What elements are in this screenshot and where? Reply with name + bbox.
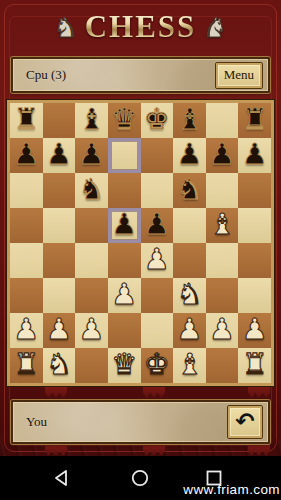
square-c8[interactable]: ♝ — [75, 103, 108, 138]
square-d5[interactable]: ♟ — [108, 208, 141, 243]
white-pawn-piece: ♟ — [46, 315, 72, 344]
square-h3[interactable] — [238, 278, 271, 313]
ribbon-decoration — [45, 386, 67, 398]
white-rook-piece: ♜ — [242, 350, 268, 379]
square-d8[interactable]: ♛ — [108, 103, 141, 138]
chess-board[interactable]: ♜♝♛♚♝♜♟♟♟♟♟♟♞♞♟♟♝♟♟♞♟♟♟♟♟♟♜♞♛♚♝♜ — [10, 103, 271, 383]
square-c5[interactable] — [75, 208, 108, 243]
square-e1[interactable]: ♚ — [141, 348, 174, 383]
android-nav-bar: www.friam.com — [0, 456, 281, 500]
white-pawn-piece: ♟ — [209, 315, 235, 344]
square-f8[interactable]: ♝ — [173, 103, 206, 138]
black-rook-piece: ♜ — [242, 105, 268, 134]
app-title: CHESS — [85, 9, 197, 45]
square-d2[interactable] — [108, 313, 141, 348]
black-pawn-piece: ♟ — [13, 140, 39, 169]
square-b2[interactable]: ♟ — [43, 313, 76, 348]
black-bishop-piece: ♝ — [176, 105, 202, 134]
player-bar: You ↶ — [11, 400, 270, 444]
square-f2[interactable]: ♟ — [173, 313, 206, 348]
ribbon-decoration — [143, 444, 165, 456]
black-knight-piece: ♞ — [176, 175, 202, 204]
square-a3[interactable] — [10, 278, 43, 313]
square-c2[interactable]: ♟ — [75, 313, 108, 348]
white-pawn-piece: ♟ — [13, 315, 39, 344]
square-e2[interactable] — [141, 313, 174, 348]
square-d7[interactable] — [108, 138, 141, 173]
square-a8[interactable]: ♜ — [10, 103, 43, 138]
square-a6[interactable] — [10, 173, 43, 208]
square-g3[interactable] — [206, 278, 239, 313]
opponent-name: Cpu (3) — [13, 67, 66, 83]
square-d4[interactable] — [108, 243, 141, 278]
square-g5[interactable]: ♝ — [206, 208, 239, 243]
square-a5[interactable] — [10, 208, 43, 243]
square-g7[interactable]: ♟ — [206, 138, 239, 173]
square-h1[interactable]: ♜ — [238, 348, 271, 383]
square-c4[interactable] — [75, 243, 108, 278]
menu-button[interactable]: Menu — [215, 62, 263, 89]
undo-arrow-icon: ↶ — [235, 410, 254, 433]
square-b6[interactable] — [43, 173, 76, 208]
square-e7[interactable] — [141, 138, 174, 173]
square-b1[interactable]: ♞ — [43, 348, 76, 383]
undo-button[interactable]: ↶ — [227, 405, 263, 439]
player-name: You — [13, 414, 47, 430]
square-a1[interactable]: ♜ — [10, 348, 43, 383]
black-pawn-piece: ♟ — [111, 210, 137, 239]
square-f6[interactable]: ♞ — [173, 173, 206, 208]
square-g6[interactable] — [206, 173, 239, 208]
square-b3[interactable] — [43, 278, 76, 313]
square-f7[interactable]: ♟ — [173, 138, 206, 173]
white-bishop-piece: ♝ — [209, 210, 235, 239]
square-a7[interactable]: ♟ — [10, 138, 43, 173]
white-pawn-piece: ♟ — [242, 315, 268, 344]
square-a4[interactable] — [10, 243, 43, 278]
square-h4[interactable] — [238, 243, 271, 278]
square-f3[interactable]: ♞ — [173, 278, 206, 313]
square-g8[interactable] — [206, 103, 239, 138]
ribbon-decoration — [248, 386, 270, 398]
black-queen-piece: ♛ — [111, 105, 137, 134]
black-pawn-piece: ♟ — [209, 140, 235, 169]
square-c6[interactable]: ♞ — [75, 173, 108, 208]
square-g1[interactable] — [206, 348, 239, 383]
square-h6[interactable] — [238, 173, 271, 208]
white-pawn-piece: ♟ — [176, 315, 202, 344]
knight-head-icon: ♞ — [203, 14, 227, 41]
square-b5[interactable] — [43, 208, 76, 243]
black-pawn-piece: ♟ — [242, 140, 268, 169]
ribbon-decoration — [143, 386, 165, 398]
square-f1[interactable]: ♝ — [173, 348, 206, 383]
square-g2[interactable]: ♟ — [206, 313, 239, 348]
square-d3[interactable]: ♟ — [108, 278, 141, 313]
phone-screen: ♞ CHESS ♞ Cpu (3) Menu ♜♝♛♚♝♜♟♟♟♟♟♟♞♞♟♟♝… — [0, 0, 281, 500]
square-e3[interactable] — [141, 278, 174, 313]
black-pawn-piece: ♟ — [46, 140, 72, 169]
square-h7[interactable]: ♟ — [238, 138, 271, 173]
square-b4[interactable] — [43, 243, 76, 278]
white-rook-piece: ♜ — [13, 350, 39, 379]
square-h5[interactable] — [238, 208, 271, 243]
opponent-bar: Cpu (3) Menu — [11, 57, 270, 93]
square-d6[interactable] — [108, 173, 141, 208]
square-f4[interactable] — [173, 243, 206, 278]
square-e5[interactable]: ♟ — [141, 208, 174, 243]
white-pawn-piece: ♟ — [144, 245, 170, 274]
square-c3[interactable] — [75, 278, 108, 313]
black-pawn-piece: ♟ — [144, 210, 170, 239]
square-a2[interactable]: ♟ — [10, 313, 43, 348]
black-knight-piece: ♞ — [79, 175, 105, 204]
square-f5[interactable] — [173, 208, 206, 243]
white-pawn-piece: ♟ — [79, 315, 105, 344]
ribbon-decoration — [45, 444, 67, 456]
square-c1[interactable] — [75, 348, 108, 383]
square-d1[interactable]: ♛ — [108, 348, 141, 383]
home-circle-icon[interactable] — [130, 468, 150, 488]
square-c7[interactable]: ♟ — [75, 138, 108, 173]
back-triangle-icon[interactable] — [52, 468, 72, 488]
square-e6[interactable] — [141, 173, 174, 208]
white-bishop-piece: ♝ — [176, 350, 202, 379]
square-g4[interactable] — [206, 243, 239, 278]
black-pawn-piece: ♟ — [79, 140, 105, 169]
square-b7[interactable]: ♟ — [43, 138, 76, 173]
square-b8[interactable] — [43, 103, 76, 138]
black-pawn-piece: ♟ — [176, 140, 202, 169]
square-h8[interactable]: ♜ — [238, 103, 271, 138]
white-king-piece: ♚ — [144, 350, 170, 379]
ribbon-decoration — [248, 444, 270, 456]
white-knight-piece: ♞ — [176, 280, 202, 309]
black-king-piece: ♚ — [144, 105, 170, 134]
square-e8[interactable]: ♚ — [141, 103, 174, 138]
white-queen-piece: ♛ — [111, 350, 137, 379]
watermark-text: www.friam.com — [183, 482, 280, 497]
chess-board-frame: ♜♝♛♚♝♜♟♟♟♟♟♟♞♞♟♟♝♟♟♞♟♟♟♟♟♟♜♞♛♚♝♜ — [7, 100, 274, 386]
black-rook-piece: ♜ — [13, 105, 39, 134]
white-knight-piece: ♞ — [46, 350, 72, 379]
square-e4[interactable]: ♟ — [141, 243, 174, 278]
black-bishop-piece: ♝ — [79, 105, 105, 134]
white-pawn-piece: ♟ — [111, 280, 137, 309]
knight-head-icon: ♞ — [53, 14, 77, 41]
app-title-bar: ♞ CHESS ♞ — [0, 0, 281, 54]
square-h2[interactable]: ♟ — [238, 313, 271, 348]
